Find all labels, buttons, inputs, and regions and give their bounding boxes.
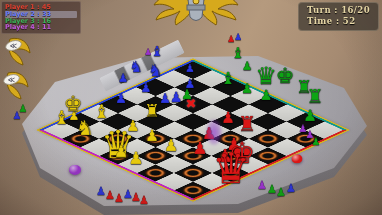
rewind-label: ≪ <box>10 42 17 50</box>
time-value: 52 <box>343 16 356 26</box>
captured-mini-pawn-green: ♟ <box>311 136 320 146</box>
piece-blue-pawn[interactable]: ♟ <box>140 82 151 95</box>
piece-yellow-pawn[interactable]: ♟ <box>164 138 179 154</box>
piece-green-rook[interactable]: ♜ <box>307 87 324 106</box>
piece-red-rook[interactable]: ♜ <box>238 114 257 135</box>
captured-mini-pawn-blue: ♟ <box>286 183 296 195</box>
time-row: Time : 52 <box>307 16 370 27</box>
captured-mini-pawn-green: ♟ <box>276 187 286 199</box>
piece-blue-knight[interactable]: ♞ <box>129 60 143 75</box>
turn-row: Turn : 16/20 <box>307 5 370 16</box>
piece-green-pawn[interactable]: ♟ <box>242 61 253 73</box>
piece-red-pawn[interactable]: ♟ <box>192 139 207 156</box>
game-screen: ✖ ♝♞♞♟♟♟♟♟♟♟♝♟♛♚♝♟♟♟♜♜♟♚♝♝♞♛♜♟♟♟♟♟♟♛♚♜♟♟… <box>0 0 382 215</box>
captured-mini-pawn-purple: ♟ <box>257 180 267 192</box>
piece-green-pawn[interactable]: ♟ <box>241 82 253 95</box>
piece-blue-pawn[interactable]: ♟ <box>115 92 127 105</box>
piece-green-king[interactable]: ♚ <box>276 65 295 86</box>
time-label: Time <box>307 16 333 26</box>
capture-smoke <box>206 119 222 145</box>
piece-yellow-pawn[interactable]: ♟ <box>128 149 143 166</box>
piece-green-pawn[interactable]: ♟ <box>181 88 193 101</box>
turn-panel: Turn : 16/20 Time : 52 <box>298 2 379 31</box>
piece-yellow-bishop[interactable]: ♝ <box>54 109 71 128</box>
scoreboard-panel: Player 1 : 45Player 2 : 33Player 3 : 16P… <box>1 1 81 34</box>
piece-blue-pawn[interactable]: ♟ <box>170 89 183 103</box>
rewind-button-top[interactable]: ≪ <box>2 36 34 68</box>
captured-mini-pawn-purple: ♟ <box>144 47 152 56</box>
score-row-4: Player 4 : 11 <box>5 24 77 31</box>
piece-yellow-knight[interactable]: ♞ <box>76 118 94 138</box>
piece-yellow-bishop[interactable]: ♝ <box>94 103 111 122</box>
turn-label: Turn <box>307 5 331 15</box>
piece-yellow-rook[interactable]: ♜ <box>144 102 160 120</box>
piece-blue-pawn[interactable]: ♟ <box>118 73 129 85</box>
piece-green-queen[interactable]: ♛ <box>255 64 277 88</box>
captured-mini-pawn-blue: ♟ <box>234 32 242 41</box>
rewind-button-bottom[interactable]: ≪ <box>0 70 32 102</box>
scoreboard-rows: Player 1 : 45Player 2 : 33Player 3 : 16P… <box>5 4 77 31</box>
piece-red-pawn[interactable]: ♟ <box>221 110 235 126</box>
piece-blue-pawn[interactable]: ♟ <box>185 63 195 74</box>
rewind-label: ≪ <box>8 76 15 84</box>
piece-green-bishop[interactable]: ♝ <box>220 71 235 88</box>
turn-value: 16/20 <box>341 5 370 15</box>
piece-yellow-pawn[interactable]: ♟ <box>114 144 129 160</box>
captured-mini-pawn-blue: ♟ <box>12 110 21 120</box>
piece-red-queen[interactable]: ♛ <box>212 148 250 190</box>
turn-sep: : <box>331 5 341 15</box>
piece-yellow-pawn[interactable]: ♟ <box>145 128 159 144</box>
crest-emblem <box>146 0 246 31</box>
piece-blue-bishop[interactable]: ♝ <box>151 45 163 59</box>
captured-mini-pawn-red: ♟ <box>139 195 149 207</box>
piece-green-pawn[interactable]: ♟ <box>260 87 273 101</box>
piece-blue-knight[interactable]: ♞ <box>148 63 163 79</box>
time-sep: : <box>333 16 343 26</box>
